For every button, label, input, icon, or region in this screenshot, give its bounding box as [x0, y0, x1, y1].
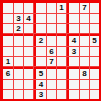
cell-r4c4-clue-2[interactable]: 2: [34, 34, 46, 46]
cell-r4c3[interactable]: [24, 34, 33, 46]
cell-r1c1[interactable]: [3, 3, 13, 13]
cell-r3c2-clue-2[interactable]: 2: [14, 24, 23, 33]
cell-r5c8[interactable]: [80, 47, 89, 56]
cell-r2c8[interactable]: [80, 14, 89, 23]
cell-r5c9[interactable]: [90, 47, 99, 56]
cell-r9c9[interactable]: [90, 90, 99, 99]
cell-r7c8-clue-8[interactable]: 8: [80, 67, 89, 79]
cell-r7c9[interactable]: [90, 67, 99, 79]
cell-r3c9[interactable]: [90, 24, 99, 33]
cell-r1c2[interactable]: [14, 3, 23, 13]
cell-r9c5[interactable]: [47, 90, 56, 99]
cell-r2c2-clue-3[interactable]: 3: [14, 14, 23, 23]
cell-r2c9[interactable]: [90, 14, 99, 23]
cell-r7c1-clue-6[interactable]: 6: [3, 67, 13, 79]
cell-r8c6[interactable]: [57, 80, 66, 89]
cell-r7c2[interactable]: [14, 67, 23, 79]
cell-r3c6[interactable]: [57, 24, 66, 33]
cell-r9c3[interactable]: [24, 90, 33, 99]
cell-r9c4-clue-3[interactable]: 3: [34, 90, 46, 99]
cell-r2c6[interactable]: [57, 14, 66, 23]
cell-r6c7[interactable]: [67, 57, 79, 66]
cell-r4c1[interactable]: [3, 34, 13, 46]
cell-r4c2[interactable]: [14, 34, 23, 46]
cell-r6c2[interactable]: [14, 57, 23, 66]
cell-r6c9[interactable]: [90, 57, 99, 66]
cell-r2c1[interactable]: [3, 14, 13, 23]
cell-r5c6[interactable]: [57, 47, 66, 56]
cell-r4c8[interactable]: [80, 34, 89, 46]
cell-r9c8[interactable]: [80, 90, 89, 99]
cell-r2c3-clue-4[interactable]: 4: [24, 14, 33, 23]
cell-r2c7[interactable]: [67, 14, 79, 23]
cell-r3c8[interactable]: [80, 24, 89, 33]
cell-r4c7-clue-4[interactable]: 4: [67, 34, 79, 46]
sudoku-board: 17342245631765843: [0, 0, 101, 101]
cell-r2c5[interactable]: [47, 14, 56, 23]
cell-r5c2[interactable]: [14, 47, 23, 56]
cell-r3c7[interactable]: [67, 24, 79, 33]
cell-r7c4-clue-5[interactable]: 5: [34, 67, 46, 79]
cell-r1c3[interactable]: [24, 3, 33, 13]
cell-r6c4[interactable]: [34, 57, 46, 66]
cell-r1c7[interactable]: [67, 3, 79, 13]
cell-r9c2[interactable]: [14, 90, 23, 99]
cell-r8c4-clue-4[interactable]: 4: [34, 80, 46, 89]
cell-r6c6[interactable]: [57, 57, 66, 66]
cell-r2c4[interactable]: [34, 14, 46, 23]
cell-r7c5[interactable]: [47, 67, 56, 79]
cell-r5c4[interactable]: [34, 47, 46, 56]
cell-r4c5[interactable]: [47, 34, 56, 46]
cell-r8c7[interactable]: [67, 80, 79, 89]
cell-r5c7-clue-3[interactable]: 3: [67, 47, 79, 56]
cell-r7c7[interactable]: [67, 67, 79, 79]
cell-r7c6[interactable]: [57, 67, 66, 79]
cell-r6c8[interactable]: [80, 57, 89, 66]
cell-r5c3[interactable]: [24, 47, 33, 56]
cell-r6c3[interactable]: [24, 57, 33, 66]
cell-r8c3[interactable]: [24, 80, 33, 89]
cell-r3c4[interactable]: [34, 24, 46, 33]
cell-r7c3[interactable]: [24, 67, 33, 79]
cell-r8c9[interactable]: [90, 80, 99, 89]
cell-r9c7[interactable]: [67, 90, 79, 99]
cell-r3c3[interactable]: [24, 24, 33, 33]
cell-r5c5-clue-6[interactable]: 6: [47, 47, 56, 56]
cell-r1c9[interactable]: [90, 3, 99, 13]
cell-r9c6[interactable]: [57, 90, 66, 99]
cell-r6c1-clue-1[interactable]: 1: [3, 57, 13, 66]
cell-r4c6[interactable]: [57, 34, 66, 46]
cell-r1c5[interactable]: [47, 3, 56, 13]
cell-r8c5[interactable]: [47, 80, 56, 89]
cell-r1c4[interactable]: [34, 3, 46, 13]
screenshot-viewport: 17342245631765843: [0, 0, 101, 101]
cell-r8c8[interactable]: [80, 80, 89, 89]
cell-r9c1[interactable]: [3, 90, 13, 99]
cell-r8c1[interactable]: [3, 80, 13, 89]
cell-r6c5-clue-7[interactable]: 7: [47, 57, 56, 66]
cell-r1c8-clue-7[interactable]: 7: [80, 3, 89, 13]
cell-r4c9-clue-5[interactable]: 5: [90, 34, 99, 46]
cell-r5c1[interactable]: [3, 47, 13, 56]
cell-r8c2[interactable]: [14, 80, 23, 89]
cell-r3c5[interactable]: [47, 24, 56, 33]
cell-r3c1[interactable]: [3, 24, 13, 33]
cell-r1c6-clue-1[interactable]: 1: [57, 3, 66, 13]
